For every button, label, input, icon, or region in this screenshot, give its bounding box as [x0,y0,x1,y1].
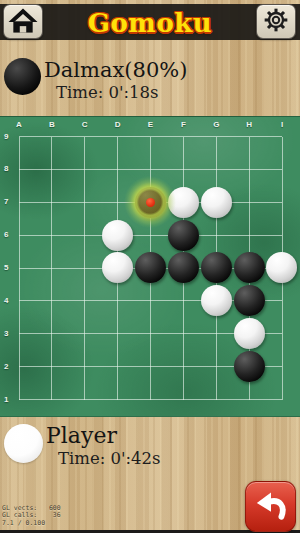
board-cell-G2[interactable] [200,350,233,383]
board-cell-D8[interactable] [101,153,134,186]
board-cell-H8[interactable] [233,153,266,186]
white-stone-I5 [266,252,297,283]
board-cell-A8[interactable] [3,153,36,186]
board-cell-D1[interactable] [101,383,134,416]
board-cell-E2[interactable] [134,350,167,383]
board-cell-B8[interactable] [35,153,68,186]
board-cell-D3[interactable] [101,317,134,350]
board-cell-B6[interactable] [35,219,68,252]
black-stone-E7 [135,187,166,218]
board-cell-C1[interactable] [68,383,101,416]
board-cell-F2[interactable] [167,350,200,383]
board-cell-C2[interactable] [68,350,101,383]
board-cell-B9[interactable] [35,120,68,153]
board-cell-I2[interactable] [266,350,299,383]
black-stone-E5 [135,252,166,283]
white-stone-avatar [4,424,43,463]
board-cell-G6[interactable] [200,219,233,252]
board-cell-C9[interactable] [68,120,101,153]
board-cell-H1[interactable] [233,383,266,416]
board-cell-H4[interactable] [233,284,266,317]
white-player-time: Time: 0':42s [58,448,161,469]
white-player-name: Player [46,424,161,448]
board-cell-G9[interactable] [200,120,233,153]
board-cell-C8[interactable] [68,153,101,186]
board-cell-F6[interactable] [167,219,200,252]
black-player-name: Dalmax(80%) [44,58,187,82]
board-cell-G8[interactable] [200,153,233,186]
board-cell-E4[interactable] [134,284,167,317]
white-stone-G7 [201,187,232,218]
undo-button[interactable] [245,481,296,532]
board-cell-D5[interactable] [101,252,134,285]
board-cell-E7[interactable] [134,186,167,219]
board-cell-G7[interactable] [200,186,233,219]
board-cell-F1[interactable] [167,383,200,416]
board-cell-D2[interactable] [101,350,134,383]
board-cell-D7[interactable] [101,186,134,219]
board-cell-D4[interactable] [101,284,134,317]
board-cell-B3[interactable] [35,317,68,350]
board-cell-B5[interactable] [35,252,68,285]
board-cell-B7[interactable] [35,186,68,219]
board-cell-I4[interactable] [266,284,299,317]
board-cell-E3[interactable] [134,317,167,350]
board-cell-D6[interactable] [101,219,134,252]
black-player-time: Time: 0':18s [56,82,187,103]
board-cell-H7[interactable] [233,186,266,219]
board-cell-B1[interactable] [35,383,68,416]
board-cell-I9[interactable] [266,120,299,153]
board-cell-I7[interactable] [266,186,299,219]
board-cell-A4[interactable] [3,284,36,317]
board-cell-F5[interactable] [167,252,200,285]
board-cell-G1[interactable] [200,383,233,416]
board-cell-A5[interactable] [3,252,36,285]
board-cell-F8[interactable] [167,153,200,186]
gomoku-board[interactable]: ABCDEFGHI987654321 [0,116,300,417]
board-cell-I3[interactable] [266,317,299,350]
gear-icon [260,4,292,39]
black-stone-H4 [234,285,265,316]
black-stone-H2 [234,351,265,382]
board-cell-A3[interactable] [3,317,36,350]
black-stone-H5 [234,252,265,283]
white-stone-G4 [201,285,232,316]
board-cell-C7[interactable] [68,186,101,219]
black-stone-G5 [201,252,232,283]
board-cell-C5[interactable] [68,252,101,285]
board-cell-F9[interactable] [167,120,200,153]
page-title: Gomoku [0,8,300,38]
board-cell-F4[interactable] [167,284,200,317]
board-cell-H9[interactable] [233,120,266,153]
board-stones-grid [3,120,299,416]
white-stone-D5 [102,252,133,283]
board-cell-G3[interactable] [200,317,233,350]
black-stone-F6 [168,220,199,251]
board-cell-A1[interactable] [3,383,36,416]
board-cell-H2[interactable] [233,350,266,383]
board-cell-I6[interactable] [266,219,299,252]
black-stone-avatar [4,58,41,95]
board-cell-A9[interactable] [3,120,36,153]
black-stone-F5 [168,252,199,283]
board-cell-D9[interactable] [101,120,134,153]
white-stone-D6 [102,220,133,251]
board-cell-F3[interactable] [167,317,200,350]
debug-line: 7.1 / 0.100 [2,520,61,527]
white-stone-F7 [168,187,199,218]
board-cell-I5[interactable] [266,252,299,285]
board-cell-B4[interactable] [35,284,68,317]
board-cell-E8[interactable] [134,153,167,186]
player-panel-white: Player Time: 0':42s [4,424,161,469]
board-cell-I8[interactable] [266,153,299,186]
board-cell-G4[interactable] [200,284,233,317]
board-cell-F7[interactable] [167,186,200,219]
board-cell-E9[interactable] [134,120,167,153]
settings-button[interactable] [256,4,296,39]
board-cell-I1[interactable] [266,383,299,416]
board-cell-A6[interactable] [3,219,36,252]
board-cell-H3[interactable] [233,317,266,350]
board-cell-G5[interactable] [200,252,233,285]
board-cell-A2[interactable] [3,350,36,383]
player-panel-black: Dalmax(80%) Time: 0':18s [4,58,187,103]
board-cell-C3[interactable] [68,317,101,350]
board-cell-A7[interactable] [3,186,36,219]
top-bar: Gomoku [0,4,300,40]
board-cell-H6[interactable] [233,219,266,252]
white-stone-H3 [234,318,265,349]
app-screen: Gomoku [0,0,300,533]
board-cell-E1[interactable] [134,383,167,416]
board-cell-H5[interactable] [233,252,266,285]
undo-arrow-icon [251,485,291,528]
board-cell-E6[interactable] [134,219,167,252]
board-cell-C4[interactable] [68,284,101,317]
board-cell-E5[interactable] [134,252,167,285]
board-cell-C6[interactable] [68,219,101,252]
board-cell-B2[interactable] [35,350,68,383]
gl-debug-overlay: GL vects: 600 GL calls: 36 7.1 / 0.100 [2,505,61,527]
